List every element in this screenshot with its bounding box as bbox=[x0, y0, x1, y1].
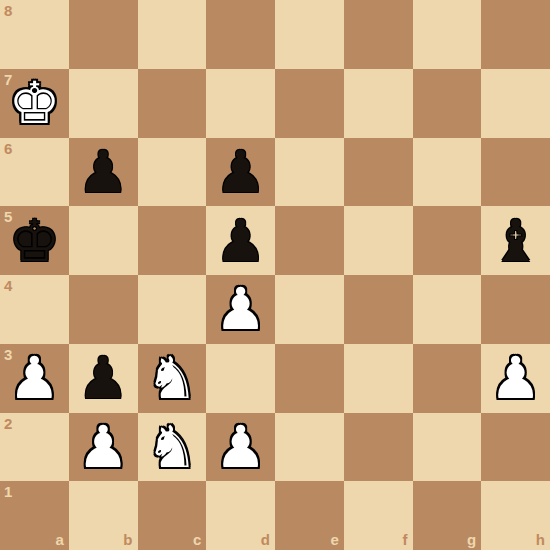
square-d4[interactable]: ♟ bbox=[206, 275, 275, 344]
square-b4[interactable] bbox=[69, 275, 138, 344]
square-h7[interactable] bbox=[481, 69, 550, 138]
rank-label-6: 6 bbox=[4, 141, 12, 156]
white-pawn-d2-icon[interactable]: ♟ bbox=[215, 413, 267, 481]
square-h8[interactable] bbox=[481, 0, 550, 69]
square-f8[interactable] bbox=[344, 0, 413, 69]
black-pawn-d6-icon[interactable]: ♟ bbox=[215, 138, 267, 206]
square-c8[interactable] bbox=[138, 0, 207, 69]
square-h5[interactable]: ♝ bbox=[481, 206, 550, 275]
square-f3[interactable] bbox=[344, 344, 413, 413]
square-d3[interactable] bbox=[206, 344, 275, 413]
chess-board-wrap: 87♚6♟♟5♚♟♝4♟3♟♟♞♟2♟♞♟1abcdefgh bbox=[0, 0, 550, 550]
square-d2[interactable]: ♟ bbox=[206, 413, 275, 482]
square-a8[interactable]: 8 bbox=[0, 0, 69, 69]
rank-label-8: 8 bbox=[4, 3, 12, 18]
square-c4[interactable] bbox=[138, 275, 207, 344]
square-b7[interactable] bbox=[69, 69, 138, 138]
square-a5[interactable]: 5♚ bbox=[0, 206, 69, 275]
square-g6[interactable] bbox=[413, 138, 482, 207]
square-b1[interactable]: b bbox=[69, 481, 138, 550]
file-label-b: b bbox=[123, 532, 132, 547]
black-pawn-b6-icon[interactable]: ♟ bbox=[77, 138, 129, 206]
square-c1[interactable]: c bbox=[138, 481, 207, 550]
square-a4[interactable]: 4 bbox=[0, 275, 69, 344]
square-e6[interactable] bbox=[275, 138, 344, 207]
square-h3[interactable]: ♟ bbox=[481, 344, 550, 413]
square-d8[interactable] bbox=[206, 0, 275, 69]
white-pawn-h3-icon[interactable]: ♟ bbox=[490, 344, 542, 412]
white-knight-c2-icon[interactable]: ♞ bbox=[146, 413, 198, 481]
square-g2[interactable] bbox=[413, 413, 482, 482]
black-bishop-h5-icon[interactable]: ♝ bbox=[490, 207, 542, 275]
square-c6[interactable] bbox=[138, 138, 207, 207]
white-pawn-a3-icon[interactable]: ♟ bbox=[8, 344, 60, 412]
square-h1[interactable]: h bbox=[481, 481, 550, 550]
chess-board: 87♚6♟♟5♚♟♝4♟3♟♟♞♟2♟♞♟1abcdefgh bbox=[0, 0, 550, 550]
square-h6[interactable] bbox=[481, 138, 550, 207]
square-f6[interactable] bbox=[344, 138, 413, 207]
square-d6[interactable]: ♟ bbox=[206, 138, 275, 207]
square-c5[interactable] bbox=[138, 206, 207, 275]
square-d7[interactable] bbox=[206, 69, 275, 138]
white-king-a7-icon[interactable]: ♚ bbox=[8, 69, 60, 137]
square-c2[interactable]: ♞ bbox=[138, 413, 207, 482]
square-d5[interactable]: ♟ bbox=[206, 206, 275, 275]
square-c3[interactable]: ♞ bbox=[138, 344, 207, 413]
white-pawn-d4-icon[interactable]: ♟ bbox=[215, 275, 267, 343]
square-b2[interactable]: ♟ bbox=[69, 413, 138, 482]
rank-label-4: 4 bbox=[4, 278, 12, 293]
square-f7[interactable] bbox=[344, 69, 413, 138]
white-pawn-b2-icon[interactable]: ♟ bbox=[77, 413, 129, 481]
square-e1[interactable]: e bbox=[275, 481, 344, 550]
square-f4[interactable] bbox=[344, 275, 413, 344]
square-e4[interactable] bbox=[275, 275, 344, 344]
file-label-a: a bbox=[55, 532, 63, 547]
file-label-e: e bbox=[330, 532, 338, 547]
square-a2[interactable]: 2 bbox=[0, 413, 69, 482]
square-d1[interactable]: d bbox=[206, 481, 275, 550]
black-king-a5-icon[interactable]: ♚ bbox=[8, 207, 60, 275]
square-a1[interactable]: 1a bbox=[0, 481, 69, 550]
square-g3[interactable] bbox=[413, 344, 482, 413]
square-c7[interactable] bbox=[138, 69, 207, 138]
square-e3[interactable] bbox=[275, 344, 344, 413]
square-g1[interactable]: g bbox=[413, 481, 482, 550]
black-pawn-d5-icon[interactable]: ♟ bbox=[215, 207, 267, 275]
rank-label-1: 1 bbox=[4, 484, 12, 499]
square-g5[interactable] bbox=[413, 206, 482, 275]
white-knight-c3-icon[interactable]: ♞ bbox=[146, 344, 198, 412]
square-b8[interactable] bbox=[69, 0, 138, 69]
square-h2[interactable] bbox=[481, 413, 550, 482]
square-b6[interactable]: ♟ bbox=[69, 138, 138, 207]
square-h4[interactable] bbox=[481, 275, 550, 344]
file-label-c: c bbox=[193, 532, 201, 547]
square-a7[interactable]: 7♚ bbox=[0, 69, 69, 138]
square-f2[interactable] bbox=[344, 413, 413, 482]
file-label-d: d bbox=[261, 532, 270, 547]
square-b5[interactable] bbox=[69, 206, 138, 275]
square-e5[interactable] bbox=[275, 206, 344, 275]
square-a6[interactable]: 6 bbox=[0, 138, 69, 207]
file-label-f: f bbox=[403, 532, 408, 547]
square-g4[interactable] bbox=[413, 275, 482, 344]
square-f5[interactable] bbox=[344, 206, 413, 275]
square-f1[interactable]: f bbox=[344, 481, 413, 550]
square-e2[interactable] bbox=[275, 413, 344, 482]
file-label-h: h bbox=[536, 532, 545, 547]
square-a3[interactable]: 3♟ bbox=[0, 344, 69, 413]
square-g7[interactable] bbox=[413, 69, 482, 138]
file-label-g: g bbox=[467, 532, 476, 547]
square-g8[interactable] bbox=[413, 0, 482, 69]
black-pawn-b3-icon[interactable]: ♟ bbox=[77, 344, 129, 412]
square-b3[interactable]: ♟ bbox=[69, 344, 138, 413]
rank-label-2: 2 bbox=[4, 416, 12, 431]
square-e8[interactable] bbox=[275, 0, 344, 69]
square-e7[interactable] bbox=[275, 69, 344, 138]
